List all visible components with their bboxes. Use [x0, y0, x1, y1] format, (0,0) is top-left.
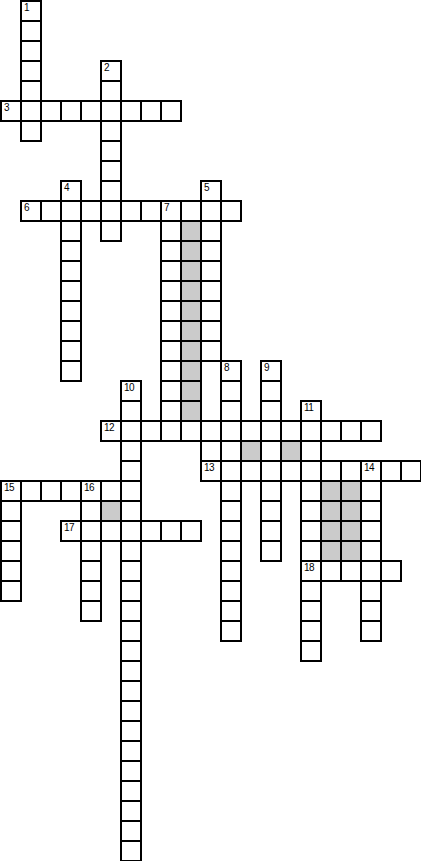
- clue-number: 10: [124, 382, 134, 393]
- grid-cell-shaded[interactable]: [320, 500, 342, 522]
- grid-cell[interactable]: [60, 240, 82, 262]
- grid-cell[interactable]: [100, 220, 122, 242]
- grid-cell[interactable]: [60, 200, 82, 222]
- clue-number: 14: [364, 462, 374, 473]
- grid-cell-shaded[interactable]: [340, 480, 362, 502]
- clue-number: 9: [264, 362, 269, 373]
- grid-cell-shaded[interactable]: [180, 260, 202, 282]
- grid-cell[interactable]: [200, 220, 222, 242]
- grid-cell[interactable]: [20, 480, 42, 502]
- grid-cell[interactable]: [320, 460, 342, 482]
- grid-cell[interactable]: [220, 440, 242, 462]
- grid-cell[interactable]: [220, 560, 242, 582]
- grid-cell[interactable]: [80, 560, 102, 582]
- grid-cell[interactable]: [120, 420, 142, 442]
- grid-cell[interactable]: [140, 200, 162, 222]
- grid-cell[interactable]: [300, 580, 322, 602]
- clue-number: 18: [304, 562, 314, 573]
- grid-cell[interactable]: [240, 420, 262, 442]
- grid-cell[interactable]: [160, 420, 182, 442]
- grid-cell[interactable]: 3: [0, 100, 22, 122]
- grid-cell[interactable]: [120, 100, 142, 122]
- grid-cell[interactable]: [260, 500, 282, 522]
- grid-cell[interactable]: [260, 380, 282, 402]
- grid-cell[interactable]: [60, 340, 82, 362]
- grid-cell[interactable]: [140, 100, 162, 122]
- grid-cell[interactable]: [60, 360, 82, 382]
- grid-cell[interactable]: [160, 400, 182, 422]
- grid-cell[interactable]: [320, 560, 342, 582]
- grid-cell[interactable]: [220, 400, 242, 422]
- grid-cell-shaded[interactable]: [180, 400, 202, 422]
- grid-cell[interactable]: [120, 200, 142, 222]
- grid-cell[interactable]: [220, 420, 242, 442]
- grid-cell-shaded[interactable]: [100, 500, 122, 522]
- grid-cell[interactable]: [80, 540, 102, 562]
- grid-cell[interactable]: [80, 520, 102, 542]
- grid-cell[interactable]: [100, 120, 122, 142]
- grid-cell[interactable]: [120, 520, 142, 542]
- grid-cell[interactable]: [60, 320, 82, 342]
- grid-cell[interactable]: [300, 460, 322, 482]
- grid-cell[interactable]: [300, 420, 322, 442]
- clue-number: 4: [64, 182, 69, 193]
- grid-cell[interactable]: [100, 200, 122, 222]
- grid-cell[interactable]: [80, 500, 102, 522]
- grid-cell[interactable]: [0, 580, 22, 602]
- grid-cell[interactable]: [220, 620, 242, 642]
- grid-cell[interactable]: 10: [120, 380, 142, 402]
- grid-cell[interactable]: [60, 480, 82, 502]
- grid-cell[interactable]: [120, 760, 142, 782]
- grid-cell[interactable]: [360, 520, 382, 542]
- grid-cell[interactable]: [180, 420, 202, 442]
- grid-cell[interactable]: [220, 380, 242, 402]
- grid-cell[interactable]: [200, 300, 222, 322]
- grid-cell[interactable]: [180, 520, 202, 542]
- grid-cell-shaded[interactable]: [240, 440, 262, 462]
- grid-cell[interactable]: [300, 440, 322, 462]
- grid-cell-shaded[interactable]: [180, 220, 202, 242]
- grid-cell[interactable]: [120, 720, 142, 742]
- grid-cell[interactable]: [320, 420, 342, 442]
- grid-cell[interactable]: [0, 520, 22, 542]
- grid-cell[interactable]: [120, 580, 142, 602]
- grid-cell[interactable]: [160, 100, 182, 122]
- grid-cell[interactable]: [260, 480, 282, 502]
- grid-cell[interactable]: [20, 100, 42, 122]
- grid-cell[interactable]: [20, 20, 42, 42]
- grid-cell[interactable]: [280, 460, 302, 482]
- clue-number: 8: [224, 362, 229, 373]
- grid-cell[interactable]: 1: [20, 0, 42, 22]
- grid-cell[interactable]: 18: [300, 560, 322, 582]
- grid-cell[interactable]: [220, 460, 242, 482]
- grid-cell[interactable]: [120, 680, 142, 702]
- grid-cell[interactable]: [260, 460, 282, 482]
- grid-cell-shaded[interactable]: [180, 340, 202, 362]
- grid-cell[interactable]: [40, 100, 62, 122]
- grid-cell[interactable]: [300, 620, 322, 642]
- grid-cell[interactable]: [120, 700, 142, 722]
- grid-cell[interactable]: [260, 400, 282, 422]
- grid-cell-shaded[interactable]: [180, 380, 202, 402]
- grid-cell[interactable]: [100, 140, 122, 162]
- grid-cell-shaded[interactable]: [180, 240, 202, 262]
- grid-cell[interactable]: [120, 640, 142, 662]
- grid-cell[interactable]: [300, 480, 322, 502]
- grid-cell[interactable]: [160, 280, 182, 302]
- grid-cell[interactable]: [0, 560, 22, 582]
- grid-cell[interactable]: [20, 120, 42, 142]
- grid-cell[interactable]: [160, 360, 182, 382]
- grid-cell[interactable]: [0, 500, 22, 522]
- grid-cell[interactable]: [40, 480, 62, 502]
- grid-cell[interactable]: [100, 480, 122, 502]
- grid-cell[interactable]: [200, 320, 222, 342]
- grid-cell[interactable]: [360, 600, 382, 622]
- grid-cell[interactable]: [0, 540, 22, 562]
- grid-cell[interactable]: [260, 520, 282, 542]
- grid-cell-shaded[interactable]: [320, 540, 342, 562]
- clue-number: 3: [4, 102, 9, 113]
- grid-cell[interactable]: [120, 800, 142, 822]
- grid-cell[interactable]: 4: [60, 180, 82, 202]
- grid-cell[interactable]: [200, 280, 222, 302]
- grid-cell[interactable]: [140, 520, 162, 542]
- grid-cell[interactable]: [220, 540, 242, 562]
- grid-cell[interactable]: [120, 660, 142, 682]
- grid-cell[interactable]: [200, 200, 222, 222]
- grid-cell[interactable]: [240, 460, 262, 482]
- clue-number: 6: [24, 202, 29, 213]
- grid-cell[interactable]: [360, 420, 382, 442]
- grid-cell[interactable]: [140, 420, 162, 442]
- grid-cell[interactable]: [80, 600, 102, 622]
- grid-cell[interactable]: [100, 180, 122, 202]
- grid-cell[interactable]: 11: [300, 400, 322, 422]
- crossword-board: 123456789101112131415161718: [0, 0, 421, 861]
- grid-cell[interactable]: [360, 620, 382, 642]
- grid-cell[interactable]: [360, 540, 382, 562]
- grid-cell[interactable]: [80, 580, 102, 602]
- grid-cell[interactable]: 2: [100, 60, 122, 82]
- grid-cell[interactable]: [260, 440, 282, 462]
- clue-number: 11: [304, 402, 313, 413]
- grid-cell[interactable]: [120, 560, 142, 582]
- grid-cell[interactable]: [340, 460, 362, 482]
- grid-cell[interactable]: [160, 340, 182, 362]
- grid-cell[interactable]: 14: [360, 460, 382, 482]
- grid-cell[interactable]: [120, 540, 142, 562]
- grid-cell[interactable]: 12: [100, 420, 122, 442]
- grid-cell[interactable]: [380, 460, 402, 482]
- grid-cell[interactable]: [220, 580, 242, 602]
- grid-cell[interactable]: [360, 480, 382, 502]
- grid-cell-shaded[interactable]: [340, 540, 362, 562]
- grid-cell[interactable]: 16: [80, 480, 102, 502]
- grid-cell[interactable]: [220, 500, 242, 522]
- clue-number: 15: [4, 482, 14, 493]
- grid-cell[interactable]: [340, 420, 362, 442]
- grid-cell[interactable]: [200, 260, 222, 282]
- grid-cell[interactable]: [160, 260, 182, 282]
- grid-cell-shaded[interactable]: [320, 480, 342, 502]
- grid-cell[interactable]: [260, 420, 282, 442]
- grid-cell[interactable]: [220, 600, 242, 622]
- grid-cell[interactable]: 5: [200, 180, 222, 202]
- grid-cell[interactable]: [100, 160, 122, 182]
- grid-cell[interactable]: [20, 60, 42, 82]
- grid-cell[interactable]: [100, 520, 122, 542]
- clue-number: 2: [104, 62, 109, 73]
- grid-cell[interactable]: [20, 80, 42, 102]
- grid-cell[interactable]: [380, 560, 402, 582]
- grid-cell[interactable]: [220, 480, 242, 502]
- clue-number: 17: [64, 522, 74, 533]
- grid-cell[interactable]: 13: [200, 460, 222, 482]
- grid-cell-shaded[interactable]: [320, 520, 342, 542]
- grid-cell[interactable]: [220, 520, 242, 542]
- grid-cell[interactable]: 9: [260, 360, 282, 382]
- grid-cell[interactable]: [160, 380, 182, 402]
- grid-cell[interactable]: [60, 280, 82, 302]
- grid-cell-shaded[interactable]: [180, 320, 202, 342]
- grid-cell[interactable]: [60, 220, 82, 242]
- grid-cell[interactable]: [80, 100, 102, 122]
- clue-number: 13: [204, 462, 214, 473]
- clue-number: 16: [84, 482, 94, 493]
- grid-cell[interactable]: [160, 520, 182, 542]
- grid-cell[interactable]: 15: [0, 480, 22, 502]
- grid-cell[interactable]: [260, 540, 282, 562]
- grid-cell[interactable]: [20, 40, 42, 62]
- grid-cell-shaded[interactable]: [340, 520, 362, 542]
- grid-cell[interactable]: 6: [20, 200, 42, 222]
- grid-cell[interactable]: 7: [160, 200, 182, 222]
- grid-cell-shaded[interactable]: [340, 500, 362, 522]
- grid-cell[interactable]: [100, 100, 122, 122]
- grid-cell[interactable]: [120, 500, 142, 522]
- grid-cell[interactable]: [160, 320, 182, 342]
- clue-number: 7: [164, 202, 169, 213]
- grid-cell-shaded[interactable]: [180, 280, 202, 302]
- clue-number: 12: [104, 422, 114, 433]
- grid-cell[interactable]: [360, 500, 382, 522]
- grid-cell[interactable]: [120, 620, 142, 642]
- grid-cell[interactable]: [360, 560, 382, 582]
- grid-cell-shaded[interactable]: [180, 360, 202, 382]
- grid-cell[interactable]: [160, 220, 182, 242]
- clue-number: 5: [204, 182, 209, 193]
- grid-cell[interactable]: [120, 820, 142, 842]
- grid-cell-shaded[interactable]: [280, 440, 302, 462]
- grid-cell[interactable]: [120, 780, 142, 802]
- grid-cell[interactable]: [120, 740, 142, 762]
- grid-cell[interactable]: [200, 420, 222, 442]
- grid-cell[interactable]: 8: [220, 360, 242, 382]
- grid-cell[interactable]: [60, 260, 82, 282]
- grid-cell[interactable]: [300, 500, 322, 522]
- grid-cell[interactable]: [120, 840, 142, 861]
- grid-cell[interactable]: [300, 540, 322, 562]
- grid-cell[interactable]: [200, 440, 222, 462]
- clue-number: 1: [24, 2, 29, 13]
- grid-cell[interactable]: 17: [60, 520, 82, 542]
- grid-cell[interactable]: [400, 460, 421, 482]
- grid-cell[interactable]: [200, 240, 222, 262]
- grid-cell[interactable]: [120, 460, 142, 482]
- grid-cell[interactable]: [60, 100, 82, 122]
- grid-cell[interactable]: [160, 300, 182, 322]
- grid-cell[interactable]: [280, 420, 302, 442]
- grid-cell[interactable]: [40, 200, 62, 222]
- grid-cell[interactable]: [300, 520, 322, 542]
- grid-cell[interactable]: [120, 480, 142, 502]
- grid-cell[interactable]: [220, 200, 242, 222]
- grid-cell[interactable]: [60, 300, 82, 322]
- grid-cell[interactable]: [100, 80, 122, 102]
- grid-cell[interactable]: [300, 640, 322, 662]
- grid-cell[interactable]: [120, 440, 142, 462]
- grid-cell[interactable]: [360, 580, 382, 602]
- grid-cell[interactable]: [340, 560, 362, 582]
- grid-cell[interactable]: [80, 200, 102, 222]
- grid-cell[interactable]: [180, 200, 202, 222]
- grid-cell[interactable]: [120, 400, 142, 422]
- grid-cell-shaded[interactable]: [180, 300, 202, 322]
- grid-cell[interactable]: [200, 340, 222, 362]
- grid-cell[interactable]: [120, 600, 142, 622]
- grid-cell[interactable]: [300, 600, 322, 622]
- grid-cell[interactable]: [160, 240, 182, 262]
